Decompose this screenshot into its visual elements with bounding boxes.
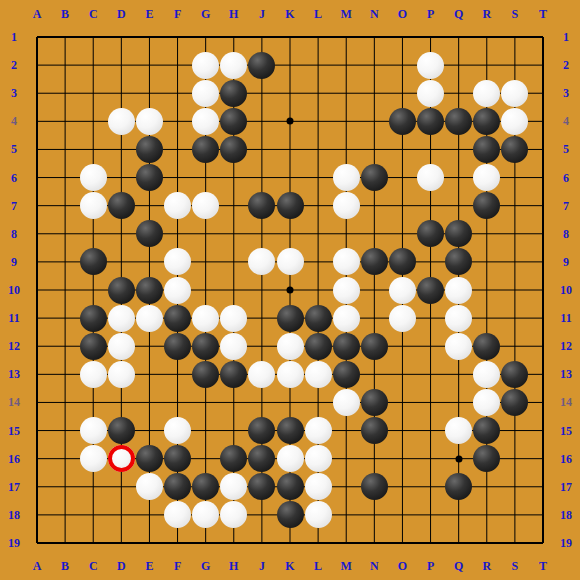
point-S9[interactable]: [501, 248, 529, 276]
point-T19[interactable]: [529, 529, 557, 557]
point-D1[interactable]: [107, 23, 135, 51]
point-F1[interactable]: [164, 23, 192, 51]
point-Q19[interactable]: [445, 529, 473, 557]
point-A2[interactable]: [23, 51, 51, 79]
point-K11[interactable]: [276, 304, 304, 332]
point-F2[interactable]: [164, 51, 192, 79]
point-K7[interactable]: [276, 192, 304, 220]
point-G12[interactable]: [192, 332, 220, 360]
point-J2[interactable]: [248, 51, 276, 79]
point-E12[interactable]: [135, 332, 163, 360]
point-D7[interactable]: [107, 192, 135, 220]
point-L2[interactable]: [304, 51, 332, 79]
point-A9[interactable]: [23, 248, 51, 276]
point-J5[interactable]: [248, 135, 276, 163]
point-D14[interactable]: [107, 388, 135, 416]
point-O6[interactable]: [388, 164, 416, 192]
point-N11[interactable]: [360, 304, 388, 332]
point-R14[interactable]: [473, 388, 501, 416]
point-O4[interactable]: [388, 107, 416, 135]
point-P8[interactable]: [417, 220, 445, 248]
point-K8[interactable]: [276, 220, 304, 248]
point-T3[interactable]: [529, 79, 557, 107]
point-Q4[interactable]: [445, 107, 473, 135]
point-F12[interactable]: [164, 332, 192, 360]
point-E4[interactable]: [135, 107, 163, 135]
point-B10[interactable]: [51, 276, 79, 304]
point-P14[interactable]: [417, 388, 445, 416]
point-L11[interactable]: [304, 304, 332, 332]
point-A8[interactable]: [23, 220, 51, 248]
point-Q1[interactable]: [445, 23, 473, 51]
point-K2[interactable]: [276, 51, 304, 79]
point-E13[interactable]: [135, 360, 163, 388]
point-F17[interactable]: [164, 473, 192, 501]
point-H6[interactable]: [220, 164, 248, 192]
point-G15[interactable]: [192, 417, 220, 445]
point-C10[interactable]: [79, 276, 107, 304]
point-R18[interactable]: [473, 501, 501, 529]
point-G11[interactable]: [192, 304, 220, 332]
point-G14[interactable]: [192, 388, 220, 416]
point-R10[interactable]: [473, 276, 501, 304]
point-G6[interactable]: [192, 164, 220, 192]
point-G5[interactable]: [192, 135, 220, 163]
point-N9[interactable]: [360, 248, 388, 276]
point-H5[interactable]: [220, 135, 248, 163]
point-J8[interactable]: [248, 220, 276, 248]
point-B7[interactable]: [51, 192, 79, 220]
point-G7[interactable]: [192, 192, 220, 220]
point-T1[interactable]: [529, 23, 557, 51]
point-Q7[interactable]: [445, 192, 473, 220]
point-Q12[interactable]: [445, 332, 473, 360]
point-O15[interactable]: [388, 417, 416, 445]
point-O7[interactable]: [388, 192, 416, 220]
point-B18[interactable]: [51, 501, 79, 529]
point-Q14[interactable]: [445, 388, 473, 416]
point-A3[interactable]: [23, 79, 51, 107]
point-E11[interactable]: [135, 304, 163, 332]
point-C13[interactable]: [79, 360, 107, 388]
point-H1[interactable]: [220, 23, 248, 51]
point-P7[interactable]: [417, 192, 445, 220]
point-C18[interactable]: [79, 501, 107, 529]
point-D15[interactable]: [107, 417, 135, 445]
point-L14[interactable]: [304, 388, 332, 416]
point-R3[interactable]: [473, 79, 501, 107]
point-Q16[interactable]: [445, 445, 473, 473]
point-M17[interactable]: [332, 473, 360, 501]
point-R15[interactable]: [473, 417, 501, 445]
point-P4[interactable]: [417, 107, 445, 135]
point-K14[interactable]: [276, 388, 304, 416]
point-M14[interactable]: [332, 388, 360, 416]
point-L4[interactable]: [304, 107, 332, 135]
point-N15[interactable]: [360, 417, 388, 445]
point-H11[interactable]: [220, 304, 248, 332]
point-N10[interactable]: [360, 276, 388, 304]
point-J19[interactable]: [248, 529, 276, 557]
point-A4[interactable]: [23, 107, 51, 135]
point-M6[interactable]: [332, 164, 360, 192]
point-F16[interactable]: [164, 445, 192, 473]
point-R12[interactable]: [473, 332, 501, 360]
point-G3[interactable]: [192, 79, 220, 107]
point-J11[interactable]: [248, 304, 276, 332]
point-J16[interactable]: [248, 445, 276, 473]
point-P12[interactable]: [417, 332, 445, 360]
point-O14[interactable]: [388, 388, 416, 416]
point-B13[interactable]: [51, 360, 79, 388]
point-S17[interactable]: [501, 473, 529, 501]
point-Q18[interactable]: [445, 501, 473, 529]
point-K3[interactable]: [276, 79, 304, 107]
point-C19[interactable]: [79, 529, 107, 557]
point-K1[interactable]: [276, 23, 304, 51]
point-Q6[interactable]: [445, 164, 473, 192]
point-E18[interactable]: [135, 501, 163, 529]
point-A10[interactable]: [23, 276, 51, 304]
point-Q8[interactable]: [445, 220, 473, 248]
point-F3[interactable]: [164, 79, 192, 107]
point-G18[interactable]: [192, 501, 220, 529]
point-K15[interactable]: [276, 417, 304, 445]
point-Q15[interactable]: [445, 417, 473, 445]
point-F7[interactable]: [164, 192, 192, 220]
point-L3[interactable]: [304, 79, 332, 107]
point-J6[interactable]: [248, 164, 276, 192]
point-E10[interactable]: [135, 276, 163, 304]
point-J12[interactable]: [248, 332, 276, 360]
point-E1[interactable]: [135, 23, 163, 51]
point-P1[interactable]: [417, 23, 445, 51]
point-N19[interactable]: [360, 529, 388, 557]
point-K4[interactable]: [276, 107, 304, 135]
point-M8[interactable]: [332, 220, 360, 248]
point-A16[interactable]: [23, 445, 51, 473]
point-S8[interactable]: [501, 220, 529, 248]
point-N7[interactable]: [360, 192, 388, 220]
point-H3[interactable]: [220, 79, 248, 107]
point-B11[interactable]: [51, 304, 79, 332]
point-T8[interactable]: [529, 220, 557, 248]
point-M12[interactable]: [332, 332, 360, 360]
point-J17[interactable]: [248, 473, 276, 501]
point-Q2[interactable]: [445, 51, 473, 79]
point-C16[interactable]: [79, 445, 107, 473]
point-F14[interactable]: [164, 388, 192, 416]
point-N3[interactable]: [360, 79, 388, 107]
point-H19[interactable]: [220, 529, 248, 557]
point-C12[interactable]: [79, 332, 107, 360]
point-J1[interactable]: [248, 23, 276, 51]
point-P6[interactable]: [417, 164, 445, 192]
point-M11[interactable]: [332, 304, 360, 332]
point-O10[interactable]: [388, 276, 416, 304]
point-N14[interactable]: [360, 388, 388, 416]
point-A14[interactable]: [23, 388, 51, 416]
point-F18[interactable]: [164, 501, 192, 529]
point-B9[interactable]: [51, 248, 79, 276]
point-B2[interactable]: [51, 51, 79, 79]
point-F9[interactable]: [164, 248, 192, 276]
point-E2[interactable]: [135, 51, 163, 79]
point-O3[interactable]: [388, 79, 416, 107]
point-Q13[interactable]: [445, 360, 473, 388]
point-E3[interactable]: [135, 79, 163, 107]
point-F11[interactable]: [164, 304, 192, 332]
point-L7[interactable]: [304, 192, 332, 220]
point-H7[interactable]: [220, 192, 248, 220]
point-N1[interactable]: [360, 23, 388, 51]
point-F10[interactable]: [164, 276, 192, 304]
point-T4[interactable]: [529, 107, 557, 135]
point-J15[interactable]: [248, 417, 276, 445]
point-E19[interactable]: [135, 529, 163, 557]
point-Q17[interactable]: [445, 473, 473, 501]
point-H15[interactable]: [220, 417, 248, 445]
point-Q9[interactable]: [445, 248, 473, 276]
point-F8[interactable]: [164, 220, 192, 248]
point-H12[interactable]: [220, 332, 248, 360]
point-R5[interactable]: [473, 135, 501, 163]
point-M16[interactable]: [332, 445, 360, 473]
point-A6[interactable]: [23, 164, 51, 192]
point-T14[interactable]: [529, 388, 557, 416]
point-G10[interactable]: [192, 276, 220, 304]
point-D3[interactable]: [107, 79, 135, 107]
point-A7[interactable]: [23, 192, 51, 220]
point-D11[interactable]: [107, 304, 135, 332]
point-D2[interactable]: [107, 51, 135, 79]
point-M4[interactable]: [332, 107, 360, 135]
point-N5[interactable]: [360, 135, 388, 163]
point-D17[interactable]: [107, 473, 135, 501]
point-L15[interactable]: [304, 417, 332, 445]
point-K13[interactable]: [276, 360, 304, 388]
point-D5[interactable]: [107, 135, 135, 163]
point-M2[interactable]: [332, 51, 360, 79]
point-L1[interactable]: [304, 23, 332, 51]
point-R19[interactable]: [473, 529, 501, 557]
point-N13[interactable]: [360, 360, 388, 388]
point-A13[interactable]: [23, 360, 51, 388]
point-M15[interactable]: [332, 417, 360, 445]
point-F4[interactable]: [164, 107, 192, 135]
point-J10[interactable]: [248, 276, 276, 304]
point-B12[interactable]: [51, 332, 79, 360]
point-J13[interactable]: [248, 360, 276, 388]
point-E16[interactable]: [135, 445, 163, 473]
point-G13[interactable]: [192, 360, 220, 388]
point-C6[interactable]: [79, 164, 107, 192]
point-N6[interactable]: [360, 164, 388, 192]
point-S19[interactable]: [501, 529, 529, 557]
point-S14[interactable]: [501, 388, 529, 416]
point-F6[interactable]: [164, 164, 192, 192]
point-G4[interactable]: [192, 107, 220, 135]
point-H9[interactable]: [220, 248, 248, 276]
point-N8[interactable]: [360, 220, 388, 248]
point-R7[interactable]: [473, 192, 501, 220]
point-S10[interactable]: [501, 276, 529, 304]
point-E15[interactable]: [135, 417, 163, 445]
point-S15[interactable]: [501, 417, 529, 445]
point-G17[interactable]: [192, 473, 220, 501]
point-S18[interactable]: [501, 501, 529, 529]
point-D10[interactable]: [107, 276, 135, 304]
point-C8[interactable]: [79, 220, 107, 248]
point-A19[interactable]: [23, 529, 51, 557]
point-O8[interactable]: [388, 220, 416, 248]
point-G2[interactable]: [192, 51, 220, 79]
point-E9[interactable]: [135, 248, 163, 276]
point-D13[interactable]: [107, 360, 135, 388]
point-H17[interactable]: [220, 473, 248, 501]
point-D16[interactable]: [107, 445, 135, 473]
point-O12[interactable]: [388, 332, 416, 360]
point-O5[interactable]: [388, 135, 416, 163]
point-K10[interactable]: [276, 276, 304, 304]
point-E7[interactable]: [135, 192, 163, 220]
point-C2[interactable]: [79, 51, 107, 79]
point-C3[interactable]: [79, 79, 107, 107]
point-E6[interactable]: [135, 164, 163, 192]
point-D12[interactable]: [107, 332, 135, 360]
point-R11[interactable]: [473, 304, 501, 332]
point-A1[interactable]: [23, 23, 51, 51]
point-B3[interactable]: [51, 79, 79, 107]
point-T15[interactable]: [529, 417, 557, 445]
point-F5[interactable]: [164, 135, 192, 163]
point-S7[interactable]: [501, 192, 529, 220]
point-C14[interactable]: [79, 388, 107, 416]
point-E17[interactable]: [135, 473, 163, 501]
point-L19[interactable]: [304, 529, 332, 557]
point-B6[interactable]: [51, 164, 79, 192]
point-R13[interactable]: [473, 360, 501, 388]
point-F19[interactable]: [164, 529, 192, 557]
point-P10[interactable]: [417, 276, 445, 304]
point-J9[interactable]: [248, 248, 276, 276]
point-L9[interactable]: [304, 248, 332, 276]
point-K6[interactable]: [276, 164, 304, 192]
point-O11[interactable]: [388, 304, 416, 332]
point-B16[interactable]: [51, 445, 79, 473]
point-T2[interactable]: [529, 51, 557, 79]
point-E14[interactable]: [135, 388, 163, 416]
point-M19[interactable]: [332, 529, 360, 557]
point-B17[interactable]: [51, 473, 79, 501]
point-K12[interactable]: [276, 332, 304, 360]
point-T16[interactable]: [529, 445, 557, 473]
point-C9[interactable]: [79, 248, 107, 276]
point-D8[interactable]: [107, 220, 135, 248]
point-K16[interactable]: [276, 445, 304, 473]
point-P11[interactable]: [417, 304, 445, 332]
point-S4[interactable]: [501, 107, 529, 135]
point-L18[interactable]: [304, 501, 332, 529]
point-C17[interactable]: [79, 473, 107, 501]
point-C4[interactable]: [79, 107, 107, 135]
point-F13[interactable]: [164, 360, 192, 388]
point-A12[interactable]: [23, 332, 51, 360]
point-S12[interactable]: [501, 332, 529, 360]
point-M5[interactable]: [332, 135, 360, 163]
point-S5[interactable]: [501, 135, 529, 163]
point-M9[interactable]: [332, 248, 360, 276]
point-K19[interactable]: [276, 529, 304, 557]
point-N12[interactable]: [360, 332, 388, 360]
point-T6[interactable]: [529, 164, 557, 192]
point-B14[interactable]: [51, 388, 79, 416]
point-G16[interactable]: [192, 445, 220, 473]
point-R16[interactable]: [473, 445, 501, 473]
point-S13[interactable]: [501, 360, 529, 388]
point-E5[interactable]: [135, 135, 163, 163]
point-B1[interactable]: [51, 23, 79, 51]
point-P17[interactable]: [417, 473, 445, 501]
point-P3[interactable]: [417, 79, 445, 107]
point-S11[interactable]: [501, 304, 529, 332]
point-T12[interactable]: [529, 332, 557, 360]
point-S1[interactable]: [501, 23, 529, 51]
point-E8[interactable]: [135, 220, 163, 248]
point-C1[interactable]: [79, 23, 107, 51]
point-K17[interactable]: [276, 473, 304, 501]
point-K5[interactable]: [276, 135, 304, 163]
point-R4[interactable]: [473, 107, 501, 135]
point-O2[interactable]: [388, 51, 416, 79]
point-P18[interactable]: [417, 501, 445, 529]
point-M3[interactable]: [332, 79, 360, 107]
point-Q10[interactable]: [445, 276, 473, 304]
point-R1[interactable]: [473, 23, 501, 51]
point-K9[interactable]: [276, 248, 304, 276]
point-D9[interactable]: [107, 248, 135, 276]
point-T17[interactable]: [529, 473, 557, 501]
point-K18[interactable]: [276, 501, 304, 529]
point-S6[interactable]: [501, 164, 529, 192]
point-H16[interactable]: [220, 445, 248, 473]
point-P15[interactable]: [417, 417, 445, 445]
point-H8[interactable]: [220, 220, 248, 248]
point-L5[interactable]: [304, 135, 332, 163]
point-F15[interactable]: [164, 417, 192, 445]
point-O13[interactable]: [388, 360, 416, 388]
point-A11[interactable]: [23, 304, 51, 332]
point-B15[interactable]: [51, 417, 79, 445]
point-G19[interactable]: [192, 529, 220, 557]
point-H2[interactable]: [220, 51, 248, 79]
point-C11[interactable]: [79, 304, 107, 332]
point-L13[interactable]: [304, 360, 332, 388]
point-A5[interactable]: [23, 135, 51, 163]
point-O19[interactable]: [388, 529, 416, 557]
point-C7[interactable]: [79, 192, 107, 220]
point-R8[interactable]: [473, 220, 501, 248]
point-C15[interactable]: [79, 417, 107, 445]
point-G9[interactable]: [192, 248, 220, 276]
point-H10[interactable]: [220, 276, 248, 304]
point-B4[interactable]: [51, 107, 79, 135]
point-P13[interactable]: [417, 360, 445, 388]
point-T7[interactable]: [529, 192, 557, 220]
point-N17[interactable]: [360, 473, 388, 501]
point-D18[interactable]: [107, 501, 135, 529]
point-N18[interactable]: [360, 501, 388, 529]
